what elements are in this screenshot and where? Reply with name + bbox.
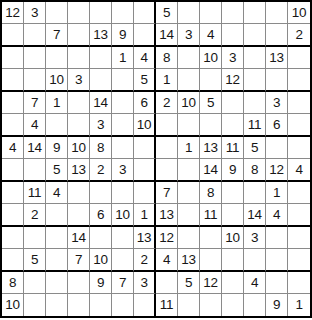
cell-r3c4-empty[interactable] bbox=[68, 47, 90, 69]
cell-r13c1-given[interactable]: 8 bbox=[2, 272, 24, 294]
cell-r3c5-empty[interactable] bbox=[90, 47, 112, 69]
cell-r1c2-given[interactable]: 3 bbox=[24, 2, 46, 24]
cell-r2c4-empty[interactable] bbox=[68, 24, 90, 47]
cell-r7c2-given[interactable]: 14 bbox=[24, 137, 46, 159]
cell-r11c3-empty[interactable] bbox=[46, 227, 68, 249]
cell-r3c8-given[interactable]: 8 bbox=[156, 47, 178, 69]
cell-r14c2-empty[interactable] bbox=[24, 294, 46, 316]
cell-r9c1-empty[interactable] bbox=[2, 182, 24, 204]
cell-r13c9-given[interactable]: 5 bbox=[178, 272, 200, 294]
cell-r8c8-empty[interactable] bbox=[156, 159, 178, 182]
cell-r8c10-given[interactable]: 14 bbox=[200, 159, 222, 182]
cell-r14c3-empty[interactable] bbox=[46, 294, 68, 316]
cell-r1c3-empty[interactable] bbox=[46, 2, 68, 24]
cell-r10c13-given[interactable]: 4 bbox=[266, 204, 288, 227]
cell-r13c13-empty[interactable] bbox=[266, 272, 288, 294]
cell-r4c1-empty[interactable] bbox=[2, 69, 24, 92]
cell-r1c5-empty[interactable] bbox=[90, 2, 112, 24]
cell-r10c9-empty[interactable] bbox=[178, 204, 200, 227]
cell-r9c13-given[interactable]: 1 bbox=[266, 182, 288, 204]
cell-r6c7-given[interactable]: 10 bbox=[134, 114, 156, 137]
cell-r9c14-empty[interactable] bbox=[288, 182, 310, 204]
cell-r6c14-empty[interactable] bbox=[288, 114, 310, 137]
cell-r1c14-given[interactable]: 10 bbox=[288, 2, 310, 24]
cell-r6c13-given[interactable]: 6 bbox=[266, 114, 288, 137]
cell-r10c11-empty[interactable] bbox=[222, 204, 244, 227]
cell-r3c11-given[interactable]: 3 bbox=[222, 47, 244, 69]
cell-r1c1-given[interactable]: 12 bbox=[2, 2, 24, 24]
cell-r5c4-empty[interactable] bbox=[68, 92, 90, 114]
cell-r12c10-empty[interactable] bbox=[200, 249, 222, 272]
cell-r14c11-empty[interactable] bbox=[222, 294, 244, 316]
cell-r9c4-empty[interactable] bbox=[68, 182, 90, 204]
cell-r10c5-given[interactable]: 6 bbox=[90, 204, 112, 227]
cell-r13c7-given[interactable]: 3 bbox=[134, 272, 156, 294]
cell-r6c9-empty[interactable] bbox=[178, 114, 200, 137]
cell-r1c4-empty[interactable] bbox=[68, 2, 90, 24]
cell-r3c6-given[interactable]: 1 bbox=[112, 47, 134, 69]
cell-r10c2-given[interactable]: 2 bbox=[24, 204, 46, 227]
cell-r11c7-given[interactable]: 13 bbox=[134, 227, 156, 249]
cell-r12c8-given[interactable]: 4 bbox=[156, 249, 178, 272]
cell-r6c3-empty[interactable] bbox=[46, 114, 68, 137]
cell-r8c1-empty[interactable] bbox=[2, 159, 24, 182]
cell-r14c14-given[interactable]: 1 bbox=[288, 294, 310, 316]
cell-r2c10-given[interactable]: 4 bbox=[200, 24, 222, 47]
cell-r5c11-empty[interactable] bbox=[222, 92, 244, 114]
cell-r2c2-empty[interactable] bbox=[24, 24, 46, 47]
cell-r11c11-given[interactable]: 10 bbox=[222, 227, 244, 249]
cell-r5c3-given[interactable]: 1 bbox=[46, 92, 68, 114]
cell-r9c6-empty[interactable] bbox=[112, 182, 134, 204]
cell-r8c12-given[interactable]: 8 bbox=[244, 159, 266, 182]
cell-r10c6-given[interactable]: 10 bbox=[112, 204, 134, 227]
cell-r9c3-given[interactable]: 4 bbox=[46, 182, 68, 204]
cell-r13c2-empty[interactable] bbox=[24, 272, 46, 294]
cell-r1c13-empty[interactable] bbox=[266, 2, 288, 24]
cell-r6c4-empty[interactable] bbox=[68, 114, 90, 137]
cell-r3c3-empty[interactable] bbox=[46, 47, 68, 69]
cell-r2c11-empty[interactable] bbox=[222, 24, 244, 47]
cell-r13c11-empty[interactable] bbox=[222, 272, 244, 294]
cell-r4c8-given[interactable]: 1 bbox=[156, 69, 178, 92]
cell-r4c4-given[interactable]: 3 bbox=[68, 69, 90, 92]
cell-r14c8-given[interactable]: 11 bbox=[156, 294, 178, 316]
cell-r9c12-empty[interactable] bbox=[244, 182, 266, 204]
cell-r8c6-given[interactable]: 3 bbox=[112, 159, 134, 182]
cell-r3c12-empty[interactable] bbox=[244, 47, 266, 69]
cell-r9c9-empty[interactable] bbox=[178, 182, 200, 204]
cell-r10c14-empty[interactable] bbox=[288, 204, 310, 227]
cell-r14c9-empty[interactable] bbox=[178, 294, 200, 316]
cell-r6c12-given[interactable]: 11 bbox=[244, 114, 266, 137]
cell-r10c12-given[interactable]: 14 bbox=[244, 204, 266, 227]
cell-r7c14-empty[interactable] bbox=[288, 137, 310, 159]
cell-r3c1-empty[interactable] bbox=[2, 47, 24, 69]
cell-r11c13-empty[interactable] bbox=[266, 227, 288, 249]
cell-r11c10-empty[interactable] bbox=[200, 227, 222, 249]
cell-r5c1-empty[interactable] bbox=[2, 92, 24, 114]
cell-r6c2-given[interactable]: 4 bbox=[24, 114, 46, 137]
cell-r1c9-empty[interactable] bbox=[178, 2, 200, 24]
cell-r6c1-empty[interactable] bbox=[2, 114, 24, 137]
cell-r12c14-empty[interactable] bbox=[288, 249, 310, 272]
cell-r8c2-empty[interactable] bbox=[24, 159, 46, 182]
cell-r14c12-empty[interactable] bbox=[244, 294, 266, 316]
cell-r7c4-given[interactable]: 10 bbox=[68, 137, 90, 159]
cell-r4c6-empty[interactable] bbox=[112, 69, 134, 92]
cell-r3c9-empty[interactable] bbox=[178, 47, 200, 69]
cell-r11c6-empty[interactable] bbox=[112, 227, 134, 249]
cell-r12c13-empty[interactable] bbox=[266, 249, 288, 272]
cell-r5c9-given[interactable]: 10 bbox=[178, 92, 200, 114]
cell-r1c10-empty[interactable] bbox=[200, 2, 222, 24]
cell-r1c11-empty[interactable] bbox=[222, 2, 244, 24]
cell-r13c10-given[interactable]: 12 bbox=[200, 272, 222, 294]
cell-r5c13-given[interactable]: 3 bbox=[266, 92, 288, 114]
cell-r8c4-given[interactable]: 13 bbox=[68, 159, 90, 182]
cell-r12c6-empty[interactable] bbox=[112, 249, 134, 272]
cell-r2c8-given[interactable]: 14 bbox=[156, 24, 178, 47]
cell-r8c14-given[interactable]: 4 bbox=[288, 159, 310, 182]
cell-r14c6-empty[interactable] bbox=[112, 294, 134, 316]
cell-r1c6-empty[interactable] bbox=[112, 2, 134, 24]
cell-r4c9-empty[interactable] bbox=[178, 69, 200, 92]
cell-r8c11-given[interactable]: 9 bbox=[222, 159, 244, 182]
cell-r5c5-given[interactable]: 14 bbox=[90, 92, 112, 114]
cell-r4c5-empty[interactable] bbox=[90, 69, 112, 92]
cell-r11c4-given[interactable]: 14 bbox=[68, 227, 90, 249]
cell-r6c8-empty[interactable] bbox=[156, 114, 178, 137]
cell-r9c2-given[interactable]: 11 bbox=[24, 182, 46, 204]
cell-r8c13-given[interactable]: 12 bbox=[266, 159, 288, 182]
cell-r1c12-empty[interactable] bbox=[244, 2, 266, 24]
cell-r4c13-empty[interactable] bbox=[266, 69, 288, 92]
cell-r2c1-empty[interactable] bbox=[2, 24, 24, 47]
cell-r12c4-given[interactable]: 7 bbox=[68, 249, 90, 272]
cell-r4c2-empty[interactable] bbox=[24, 69, 46, 92]
cell-r13c14-empty[interactable] bbox=[288, 272, 310, 294]
cell-r13c4-empty[interactable] bbox=[68, 272, 90, 294]
cell-r7c11-given[interactable]: 11 bbox=[222, 137, 244, 159]
cell-r14c7-empty[interactable] bbox=[134, 294, 156, 316]
cell-r9c11-empty[interactable] bbox=[222, 182, 244, 204]
cell-r6c11-empty[interactable] bbox=[222, 114, 244, 137]
cell-r13c5-given[interactable]: 9 bbox=[90, 272, 112, 294]
cell-r3c2-empty[interactable] bbox=[24, 47, 46, 69]
cell-r8c5-given[interactable]: 2 bbox=[90, 159, 112, 182]
cell-r10c4-empty[interactable] bbox=[68, 204, 90, 227]
cell-r1c7-empty[interactable] bbox=[134, 2, 156, 24]
cell-r8c9-empty[interactable] bbox=[178, 159, 200, 182]
cell-r7c8-empty[interactable] bbox=[156, 137, 178, 159]
cell-r2c13-empty[interactable] bbox=[266, 24, 288, 47]
cell-r7c5-given[interactable]: 8 bbox=[90, 137, 112, 159]
cell-r5c8-given[interactable]: 2 bbox=[156, 92, 178, 114]
sudoku-board: 1235107139143421481031310351127114621053… bbox=[0, 0, 312, 318]
cell-r12c11-empty[interactable] bbox=[222, 249, 244, 272]
cell-r6c5-given[interactable]: 3 bbox=[90, 114, 112, 137]
cell-r11c8-given[interactable]: 12 bbox=[156, 227, 178, 249]
cell-r4c14-empty[interactable] bbox=[288, 69, 310, 92]
cell-r2c12-empty[interactable] bbox=[244, 24, 266, 47]
cell-r5c7-given[interactable]: 6 bbox=[134, 92, 156, 114]
cell-r3c13-given[interactable]: 13 bbox=[266, 47, 288, 69]
cell-r10c10-given[interactable]: 11 bbox=[200, 204, 222, 227]
cell-r7c13-empty[interactable] bbox=[266, 137, 288, 159]
cell-r12c9-given[interactable]: 13 bbox=[178, 249, 200, 272]
cell-r5c6-empty[interactable] bbox=[112, 92, 134, 114]
cell-r2c7-empty[interactable] bbox=[134, 24, 156, 47]
cell-r7c10-given[interactable]: 13 bbox=[200, 137, 222, 159]
cell-r7c9-given[interactable]: 1 bbox=[178, 137, 200, 159]
cell-r1c8-given[interactable]: 5 bbox=[156, 2, 178, 24]
cell-r4c3-given[interactable]: 10 bbox=[46, 69, 68, 92]
cell-r4c11-given[interactable]: 12 bbox=[222, 69, 244, 92]
cell-r9c5-empty[interactable] bbox=[90, 182, 112, 204]
cell-r14c13-given[interactable]: 9 bbox=[266, 294, 288, 316]
cell-r9c10-given[interactable]: 8 bbox=[200, 182, 222, 204]
cell-r9c8-given[interactable]: 7 bbox=[156, 182, 178, 204]
cell-r5c2-given[interactable]: 7 bbox=[24, 92, 46, 114]
cell-r5c12-empty[interactable] bbox=[244, 92, 266, 114]
cell-r14c1-given[interactable]: 10 bbox=[2, 294, 24, 316]
cell-r6c6-empty[interactable] bbox=[112, 114, 134, 137]
cell-r12c12-empty[interactable] bbox=[244, 249, 266, 272]
cell-r11c1-empty[interactable] bbox=[2, 227, 24, 249]
cell-r10c7-given[interactable]: 1 bbox=[134, 204, 156, 227]
cell-r7c1-given[interactable]: 4 bbox=[2, 137, 24, 159]
cell-r5c10-given[interactable]: 5 bbox=[200, 92, 222, 114]
cell-r4c7-given[interactable]: 5 bbox=[134, 69, 156, 92]
cell-r11c5-empty[interactable] bbox=[90, 227, 112, 249]
cell-r3c14-empty[interactable] bbox=[288, 47, 310, 69]
cell-r14c4-empty[interactable] bbox=[68, 294, 90, 316]
cell-r14c5-empty[interactable] bbox=[90, 294, 112, 316]
cell-r3c7-given[interactable]: 4 bbox=[134, 47, 156, 69]
cell-r3c10-given[interactable]: 10 bbox=[200, 47, 222, 69]
cell-r7c6-empty[interactable] bbox=[112, 137, 134, 159]
cell-r2c3-given[interactable]: 7 bbox=[46, 24, 68, 47]
cell-r4c12-empty[interactable] bbox=[244, 69, 266, 92]
cell-r11c2-empty[interactable] bbox=[24, 227, 46, 249]
cell-r13c3-empty[interactable] bbox=[46, 272, 68, 294]
cell-r8c3-given[interactable]: 5 bbox=[46, 159, 68, 182]
cell-r13c12-given[interactable]: 4 bbox=[244, 272, 266, 294]
cell-r12c2-given[interactable]: 5 bbox=[24, 249, 46, 272]
cell-r11c14-empty[interactable] bbox=[288, 227, 310, 249]
cell-r2c14-given[interactable]: 2 bbox=[288, 24, 310, 47]
cell-r7c12-given[interactable]: 5 bbox=[244, 137, 266, 159]
cell-r6c10-empty[interactable] bbox=[200, 114, 222, 137]
cell-r11c12-given[interactable]: 3 bbox=[244, 227, 266, 249]
cell-r10c3-empty[interactable] bbox=[46, 204, 68, 227]
cell-r2c5-given[interactable]: 13 bbox=[90, 24, 112, 47]
cell-r12c5-given[interactable]: 10 bbox=[90, 249, 112, 272]
cell-r9c7-empty[interactable] bbox=[134, 182, 156, 204]
cell-r2c6-given[interactable]: 9 bbox=[112, 24, 134, 47]
cell-r11c9-empty[interactable] bbox=[178, 227, 200, 249]
cell-r10c8-given[interactable]: 13 bbox=[156, 204, 178, 227]
cell-r13c6-given[interactable]: 7 bbox=[112, 272, 134, 294]
cell-r12c3-empty[interactable] bbox=[46, 249, 68, 272]
cell-r10c1-empty[interactable] bbox=[2, 204, 24, 227]
cell-r2c9-given[interactable]: 3 bbox=[178, 24, 200, 47]
cell-r7c7-empty[interactable] bbox=[134, 137, 156, 159]
cell-r12c1-empty[interactable] bbox=[2, 249, 24, 272]
cell-r4c10-empty[interactable] bbox=[200, 69, 222, 92]
cell-r12c7-given[interactable]: 2 bbox=[134, 249, 156, 272]
cell-r5c14-empty[interactable] bbox=[288, 92, 310, 114]
cell-r14c10-empty[interactable] bbox=[200, 294, 222, 316]
cell-r13c8-empty[interactable] bbox=[156, 272, 178, 294]
cell-r7c3-given[interactable]: 9 bbox=[46, 137, 68, 159]
cell-r8c7-empty[interactable] bbox=[134, 159, 156, 182]
